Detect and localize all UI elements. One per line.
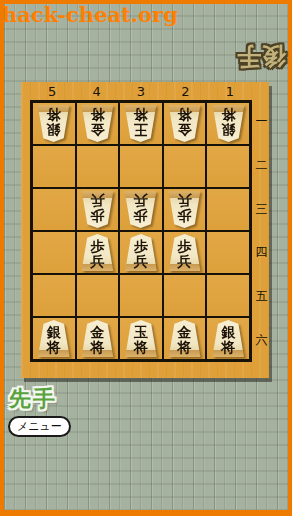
board-cell-1-1[interactable]: 銀将 <box>207 103 249 144</box>
piece-sente-silver-general[interactable]: 銀将 <box>37 320 70 357</box>
piece-gote-king[interactable]: 王将 <box>124 105 157 142</box>
board-cell-4-3[interactable]: 歩兵 <box>77 189 119 230</box>
board-cell-4-1[interactable]: 金将 <box>77 103 119 144</box>
piece-face: 王将 <box>124 105 157 142</box>
board-cell-2-2[interactable] <box>164 146 206 187</box>
sente-player-label: 先手 <box>9 384 57 414</box>
board-cell-5-6[interactable]: 銀将 <box>33 318 75 359</box>
menu-button[interactable]: メニュー <box>8 416 71 437</box>
piece-face: 歩兵 <box>81 191 114 228</box>
piece-face: 金将 <box>168 320 201 357</box>
piece-sente-pawn[interactable]: 歩兵 <box>168 234 201 271</box>
piece-sente-pawn[interactable]: 歩兵 <box>81 234 114 271</box>
board-cell-4-4[interactable]: 歩兵 <box>77 232 119 273</box>
file-label-5: 5 <box>30 82 74 100</box>
piece-face: 銀将 <box>37 105 70 142</box>
piece-face: 歩兵 <box>124 191 157 228</box>
board-cell-1-3[interactable] <box>207 189 249 230</box>
board-cell-4-2[interactable] <box>77 146 119 187</box>
piece-gote-gold-general[interactable]: 金将 <box>168 105 201 142</box>
board-cell-2-4[interactable]: 歩兵 <box>164 232 206 273</box>
piece-face: 金将 <box>168 105 201 142</box>
board-cell-1-2[interactable] <box>207 146 249 187</box>
piece-gote-pawn[interactable]: 歩兵 <box>81 191 114 228</box>
board-cell-2-5[interactable] <box>164 275 206 316</box>
rank-label-4: 四 <box>254 231 269 275</box>
piece-face: 銀将 <box>37 320 70 357</box>
rank-coordinate-labels: 一二三四五六 <box>254 100 269 362</box>
board-cell-1-4[interactable] <box>207 232 249 273</box>
board-cell-3-3[interactable]: 歩兵 <box>120 189 162 230</box>
board-cell-3-5[interactable] <box>120 275 162 316</box>
board-cell-1-5[interactable] <box>207 275 249 316</box>
piece-face: 歩兵 <box>124 234 157 271</box>
piece-face: 歩兵 <box>168 191 201 228</box>
file-label-4: 4 <box>74 82 118 100</box>
board-cell-2-3[interactable]: 歩兵 <box>164 189 206 230</box>
piece-gote-silver-general[interactable]: 銀将 <box>212 105 245 142</box>
piece-face: 金将 <box>81 320 114 357</box>
piece-sente-gold-general[interactable]: 金将 <box>168 320 201 357</box>
piece-sente-pawn[interactable]: 歩兵 <box>124 234 157 271</box>
watermark-text: hack-cheat.org <box>2 2 178 27</box>
rank-label-1: 一 <box>254 100 269 144</box>
piece-gote-pawn[interactable]: 歩兵 <box>124 191 157 228</box>
board-cell-3-6[interactable]: 玉将 <box>120 318 162 359</box>
piece-sente-silver-general[interactable]: 銀将 <box>212 320 245 357</box>
board-grid: 銀将金将王将金将銀将歩兵歩兵歩兵歩兵歩兵歩兵銀将金将玉将金将銀将 <box>30 100 252 362</box>
file-label-1: 1 <box>208 82 252 100</box>
rank-label-6: 六 <box>254 318 269 362</box>
board-cell-3-4[interactable]: 歩兵 <box>120 232 162 273</box>
piece-gote-silver-general[interactable]: 銀将 <box>37 105 70 142</box>
piece-gote-gold-general[interactable]: 金将 <box>81 105 114 142</box>
board-cell-2-1[interactable]: 金将 <box>164 103 206 144</box>
file-label-3: 3 <box>119 82 163 100</box>
board-cell-2-6[interactable]: 金将 <box>164 318 206 359</box>
board-cell-5-4[interactable] <box>33 232 75 273</box>
piece-face: 歩兵 <box>81 234 114 271</box>
piece-face: 玉将 <box>124 320 157 357</box>
board-cell-4-6[interactable]: 金将 <box>77 318 119 359</box>
board-cell-5-1[interactable]: 銀将 <box>33 103 75 144</box>
shogi-board: 54321 一二三四五六 銀将金将王将金将銀将歩兵歩兵歩兵歩兵歩兵歩兵銀将金将玉… <box>21 82 269 378</box>
rank-label-3: 三 <box>254 187 269 231</box>
board-cell-5-3[interactable] <box>33 189 75 230</box>
file-label-2: 2 <box>163 82 207 100</box>
piece-sente-king[interactable]: 玉将 <box>124 320 157 357</box>
piece-gote-pawn[interactable]: 歩兵 <box>168 191 201 228</box>
file-coordinate-labels: 54321 <box>30 82 252 100</box>
gote-player-label: 後手 <box>236 40 286 72</box>
piece-face: 歩兵 <box>168 234 201 271</box>
app-screen: hack-cheat.org 後手 54321 一二三四五六 銀将金将王将金将銀… <box>0 0 292 516</box>
board-cell-3-2[interactable] <box>120 146 162 187</box>
board-cell-5-5[interactable] <box>33 275 75 316</box>
board-cell-5-2[interactable] <box>33 146 75 187</box>
piece-sente-gold-general[interactable]: 金将 <box>81 320 114 357</box>
piece-face: 銀将 <box>212 320 245 357</box>
board-cell-3-1[interactable]: 王将 <box>120 103 162 144</box>
rank-label-2: 二 <box>254 144 269 188</box>
board-cell-1-6[interactable]: 銀将 <box>207 318 249 359</box>
piece-face: 銀将 <box>212 105 245 142</box>
rank-label-5: 五 <box>254 275 269 319</box>
board-cell-4-5[interactable] <box>77 275 119 316</box>
piece-face: 金将 <box>81 105 114 142</box>
